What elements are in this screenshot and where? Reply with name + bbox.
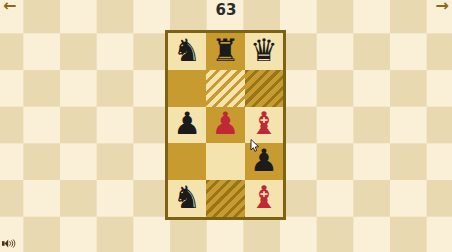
red-bishop: ♝ — [250, 182, 278, 213]
board-square[interactable]: ♟ — [206, 107, 244, 144]
red-pawn: ♟ — [212, 108, 240, 139]
board-square[interactable]: ♞ — [168, 33, 206, 70]
board-square[interactable]: ♝ — [245, 180, 283, 217]
app-screen: ← 63 → ♞♜♛♟♟♝♟♞♝ — [0, 0, 452, 252]
black-knight: ♞ — [173, 182, 201, 213]
black-queen: ♛ — [250, 35, 278, 66]
board-square[interactable] — [168, 143, 206, 180]
mouse-cursor-icon — [250, 139, 260, 153]
board-square[interactable] — [206, 143, 244, 180]
board-square[interactable]: ♝ — [245, 107, 283, 144]
board-square[interactable]: ♜ — [206, 33, 244, 70]
red-bishop: ♝ — [250, 108, 278, 139]
move-counter: 63 — [0, 1, 452, 19]
board-square[interactable]: ♟ — [168, 107, 206, 144]
black-pawn: ♟ — [173, 108, 201, 139]
black-knight: ♞ — [173, 35, 201, 66]
chess-board: ♞♜♛♟♟♝♟♞♝ — [165, 30, 286, 220]
board-square[interactable] — [168, 70, 206, 107]
forward-arrow-icon[interactable]: → — [436, 0, 449, 14]
speaker-icon[interactable] — [2, 238, 17, 249]
blocked-square[interactable] — [206, 70, 244, 107]
blocked-square[interactable] — [206, 180, 244, 217]
black-rook: ♜ — [212, 35, 240, 66]
blocked-square[interactable] — [245, 70, 283, 107]
board-square[interactable]: ♞ — [168, 180, 206, 217]
board-square[interactable]: ♛ — [245, 33, 283, 70]
